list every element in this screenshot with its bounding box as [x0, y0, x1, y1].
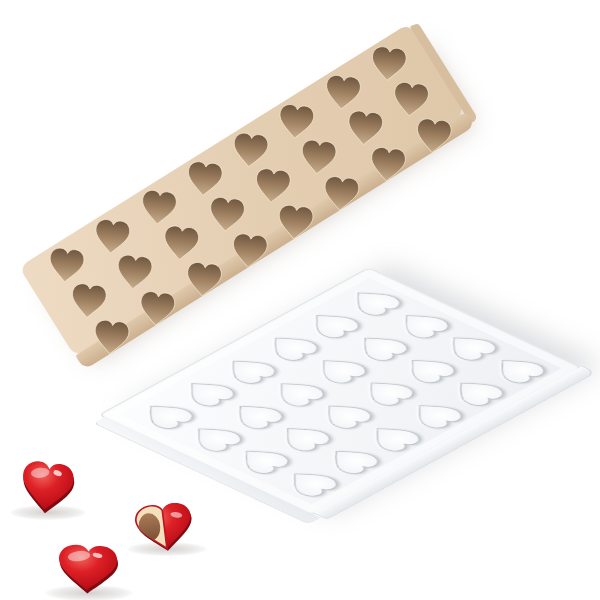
- product-photo: [0, 18, 600, 600]
- red-heart-graphic: [51, 540, 125, 600]
- red-heart-graphic: [13, 455, 82, 521]
- red-heart-chocolate-whole-2: [51, 540, 125, 600]
- red-heart-chocolate-whole-1: [13, 455, 82, 521]
- cut-heart-graphic: [128, 497, 201, 560]
- red-heart-chocolate-cut: [128, 497, 201, 560]
